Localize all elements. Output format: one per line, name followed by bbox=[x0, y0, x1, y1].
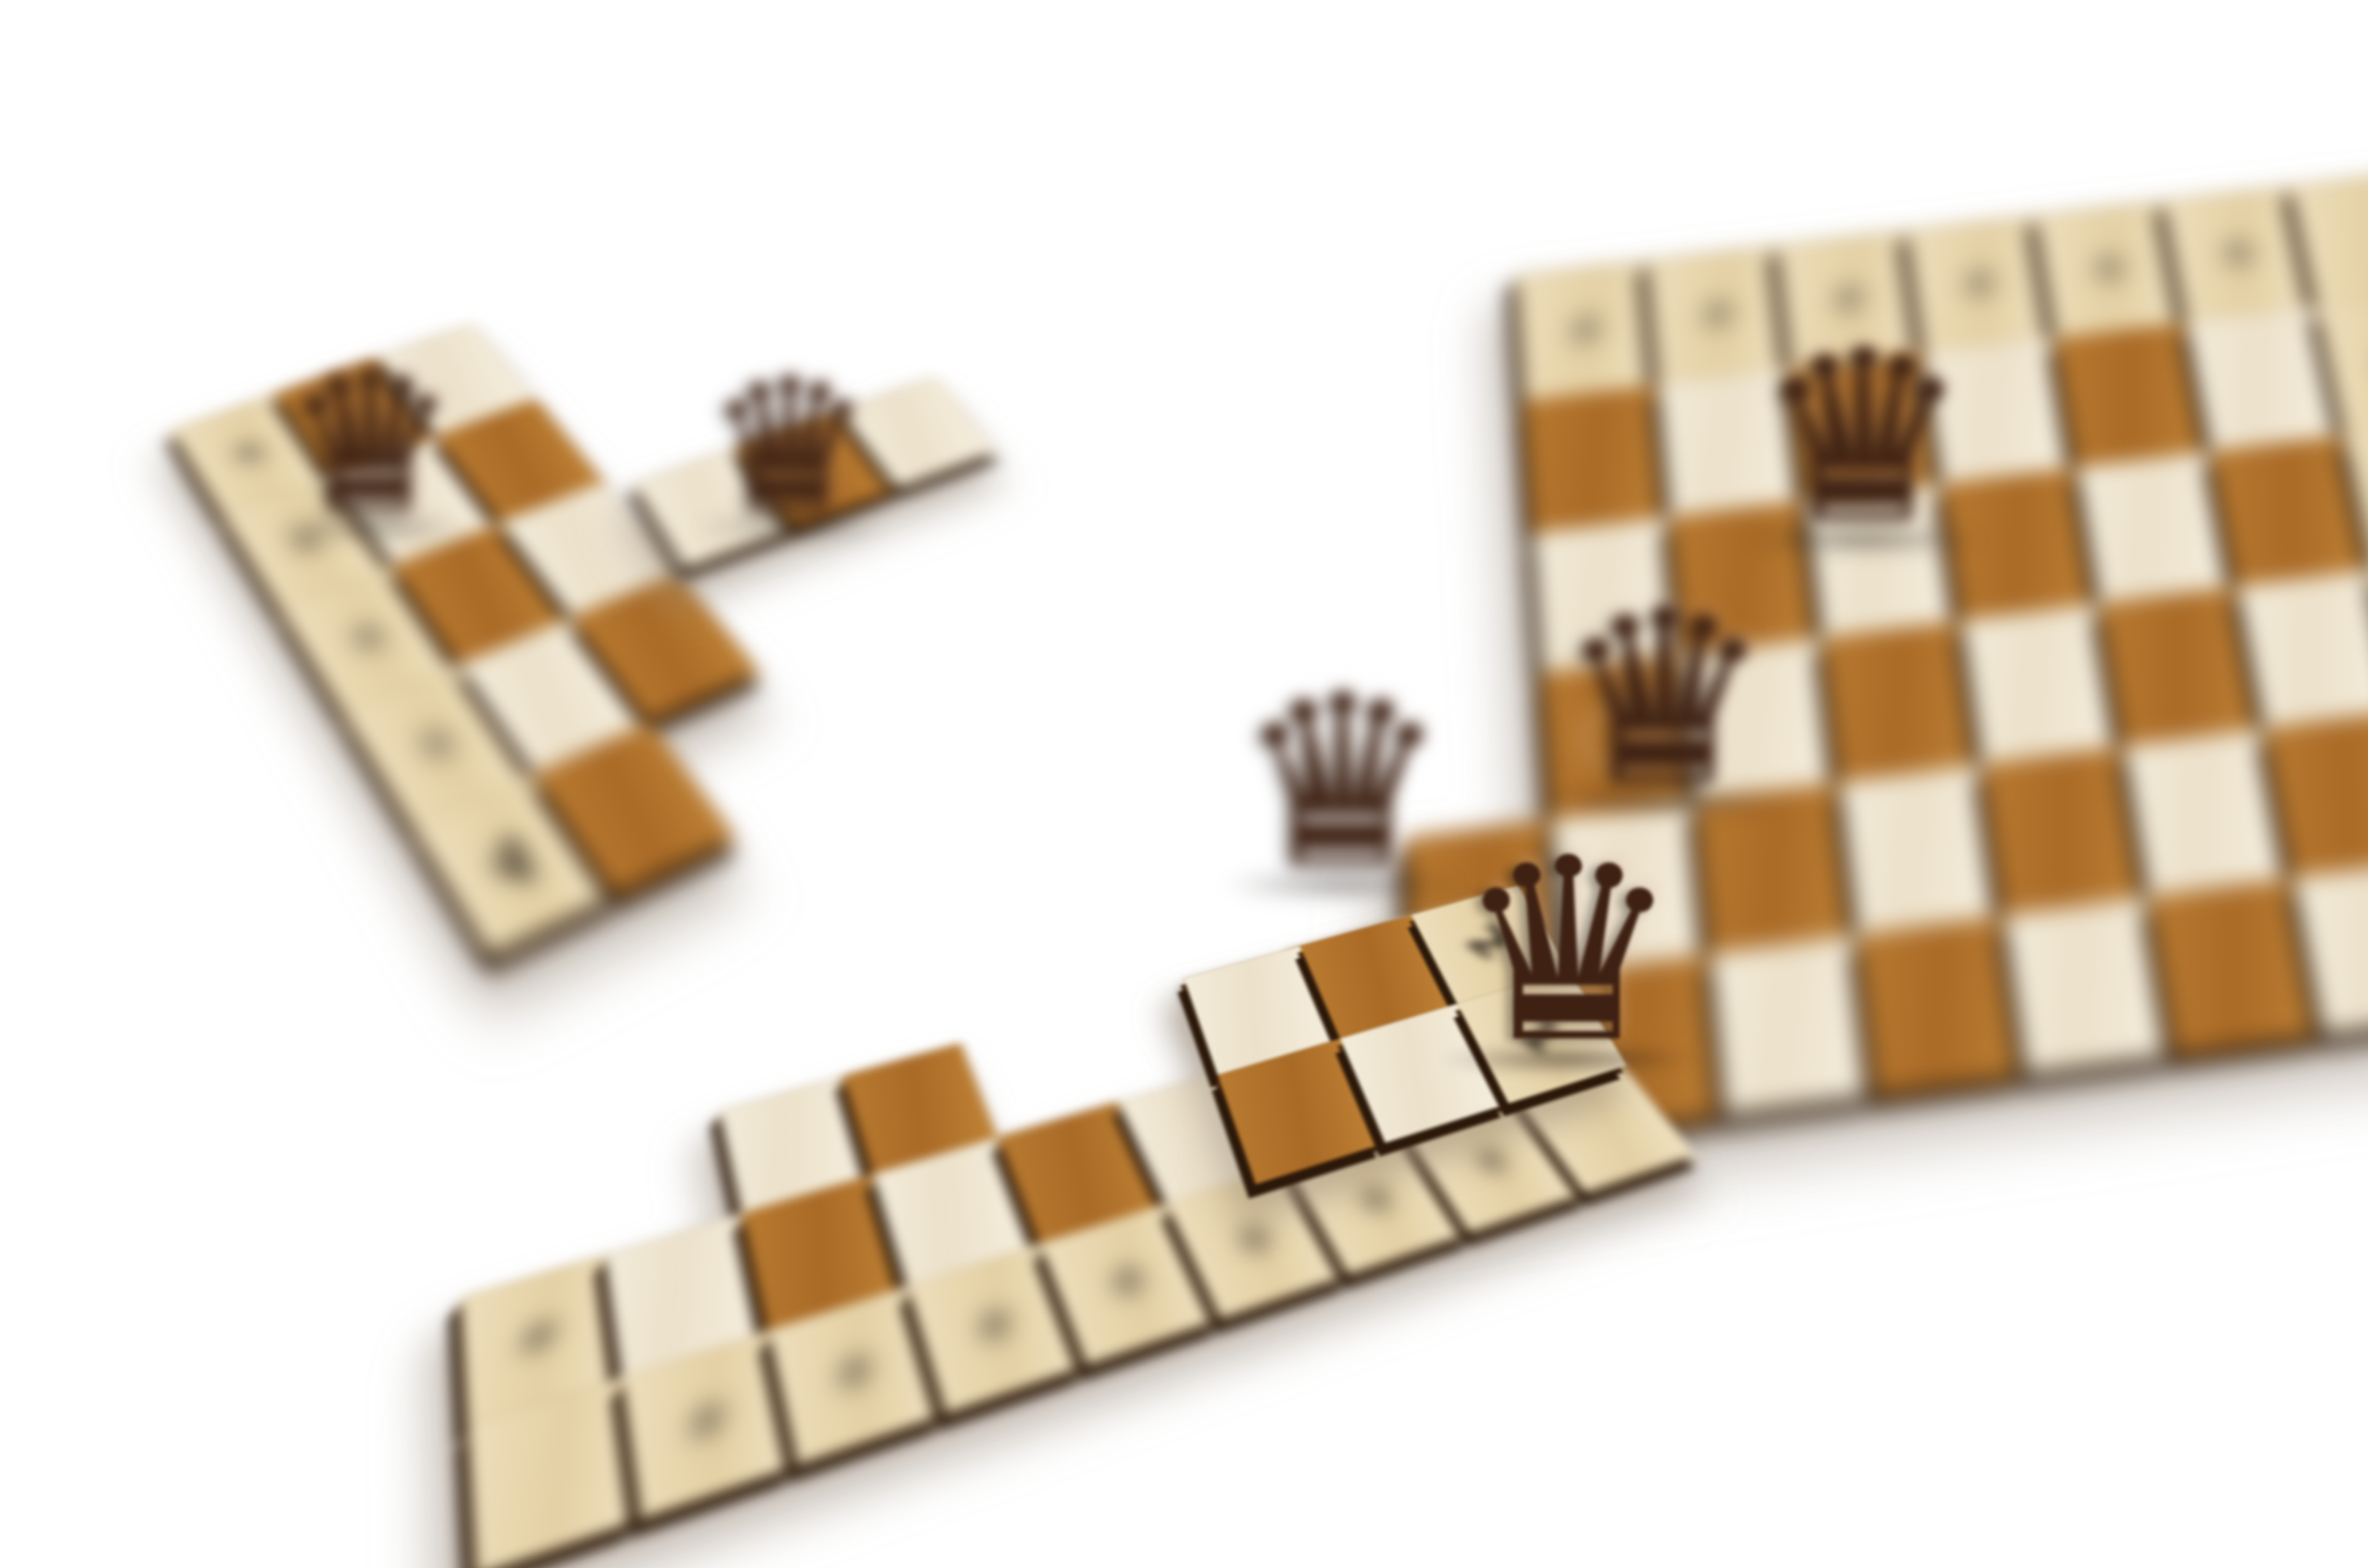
coordinate-label: 4 bbox=[482, 825, 545, 900]
black-queen-piece[interactable]: ♛ bbox=[1758, 319, 1971, 556]
board-margin-cell bbox=[2034, 200, 2186, 338]
dark-square bbox=[1524, 385, 1670, 533]
dark-square bbox=[2149, 878, 2324, 1055]
board-margin-cell bbox=[2162, 186, 2316, 323]
empty-gap bbox=[1251, 290, 1389, 433]
blurred-coordinate-mark bbox=[1477, 1144, 1505, 1176]
dark-square bbox=[1822, 621, 1982, 783]
dark-square bbox=[1982, 746, 2148, 916]
blurred-coordinate-mark bbox=[1567, 311, 1603, 348]
black-queen-piece[interactable]: ♛ bbox=[1557, 578, 1772, 819]
blurred-coordinate-mark bbox=[235, 440, 264, 466]
blurred-coordinate-mark bbox=[1111, 1262, 1146, 1299]
blurred-coordinate-mark bbox=[1239, 1221, 1272, 1257]
black-queen-piece[interactable]: ♛ bbox=[1237, 664, 1449, 901]
blurred-coordinate-mark bbox=[2092, 250, 2126, 286]
blurred-coordinate-mark bbox=[2221, 235, 2255, 271]
light-square bbox=[1961, 604, 2123, 765]
dark-square bbox=[2211, 435, 2368, 586]
blurred-coordinate-mark bbox=[1361, 1182, 1392, 1216]
blurred-coordinate-mark bbox=[1700, 295, 1735, 332]
board-margin-cell bbox=[1515, 259, 1657, 400]
light-square bbox=[2004, 897, 2176, 1075]
black-queen-piece[interactable]: ♛ bbox=[707, 354, 874, 540]
dark-square bbox=[2054, 322, 2210, 467]
blurred-coordinate-mark bbox=[422, 727, 452, 761]
light-square bbox=[1840, 764, 2004, 934]
light-square bbox=[2123, 728, 2293, 897]
black-queen-piece[interactable]: ♛ bbox=[284, 347, 458, 540]
puzzle-photo-scene: 4 3 21 21 ♛ ♛ ♛ ♛ ♛ ♛ bbox=[0, 0, 2368, 1568]
blurred-coordinate-mark bbox=[975, 1306, 1013, 1345]
blurred-coordinate-mark bbox=[354, 622, 383, 653]
blurred-coordinate-mark bbox=[1962, 265, 1997, 302]
blurred-coordinate-mark bbox=[685, 1399, 729, 1442]
black-queen-piece[interactable]: ♛ bbox=[1455, 824, 1682, 1077]
blurred-coordinate-mark bbox=[834, 1351, 875, 1392]
blurred-coordinate-mark bbox=[517, 1317, 562, 1356]
dark-square bbox=[1858, 916, 2027, 1095]
empty-gap bbox=[1389, 400, 1532, 550]
light-square bbox=[2077, 451, 2237, 604]
empty-gap bbox=[1254, 417, 1395, 567]
empty-gap bbox=[1383, 275, 1523, 417]
dark-square bbox=[2099, 586, 2265, 746]
